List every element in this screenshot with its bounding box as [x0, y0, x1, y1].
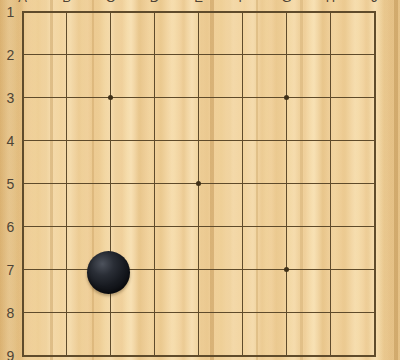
column-label: B [62, 0, 71, 4]
star-point [284, 267, 289, 272]
column-label: J [371, 0, 378, 4]
grid-line-horizontal [22, 97, 376, 98]
column-label: F [239, 0, 247, 4]
row-label: 5 [7, 177, 15, 191]
row-label: 8 [7, 306, 15, 320]
column-label: D [150, 0, 159, 4]
star-point [196, 181, 201, 186]
grid-line-horizontal [22, 54, 376, 55]
grid-line-horizontal [22, 140, 376, 141]
grid-line-horizontal [22, 11, 376, 13]
black-stone [87, 251, 130, 294]
row-label: 2 [7, 48, 15, 62]
star-point [284, 95, 289, 100]
go-board: ABCDEFGHJ123456789 [0, 0, 400, 360]
column-label: A [18, 0, 27, 4]
row-label: 3 [7, 91, 15, 105]
grid-line-horizontal [22, 226, 376, 227]
grid-line-horizontal [22, 269, 376, 270]
grid-line-horizontal [22, 355, 376, 357]
row-label: 1 [7, 5, 15, 19]
grid-line-horizontal [22, 312, 376, 313]
column-label: E [194, 0, 203, 4]
row-label: 6 [7, 220, 15, 234]
column-label: H [326, 0, 335, 4]
row-label: 4 [7, 134, 15, 148]
row-label: 9 [7, 349, 15, 360]
row-label: 7 [7, 263, 15, 277]
column-label: G [281, 0, 291, 4]
column-label: C [106, 0, 115, 4]
star-point [108, 95, 113, 100]
